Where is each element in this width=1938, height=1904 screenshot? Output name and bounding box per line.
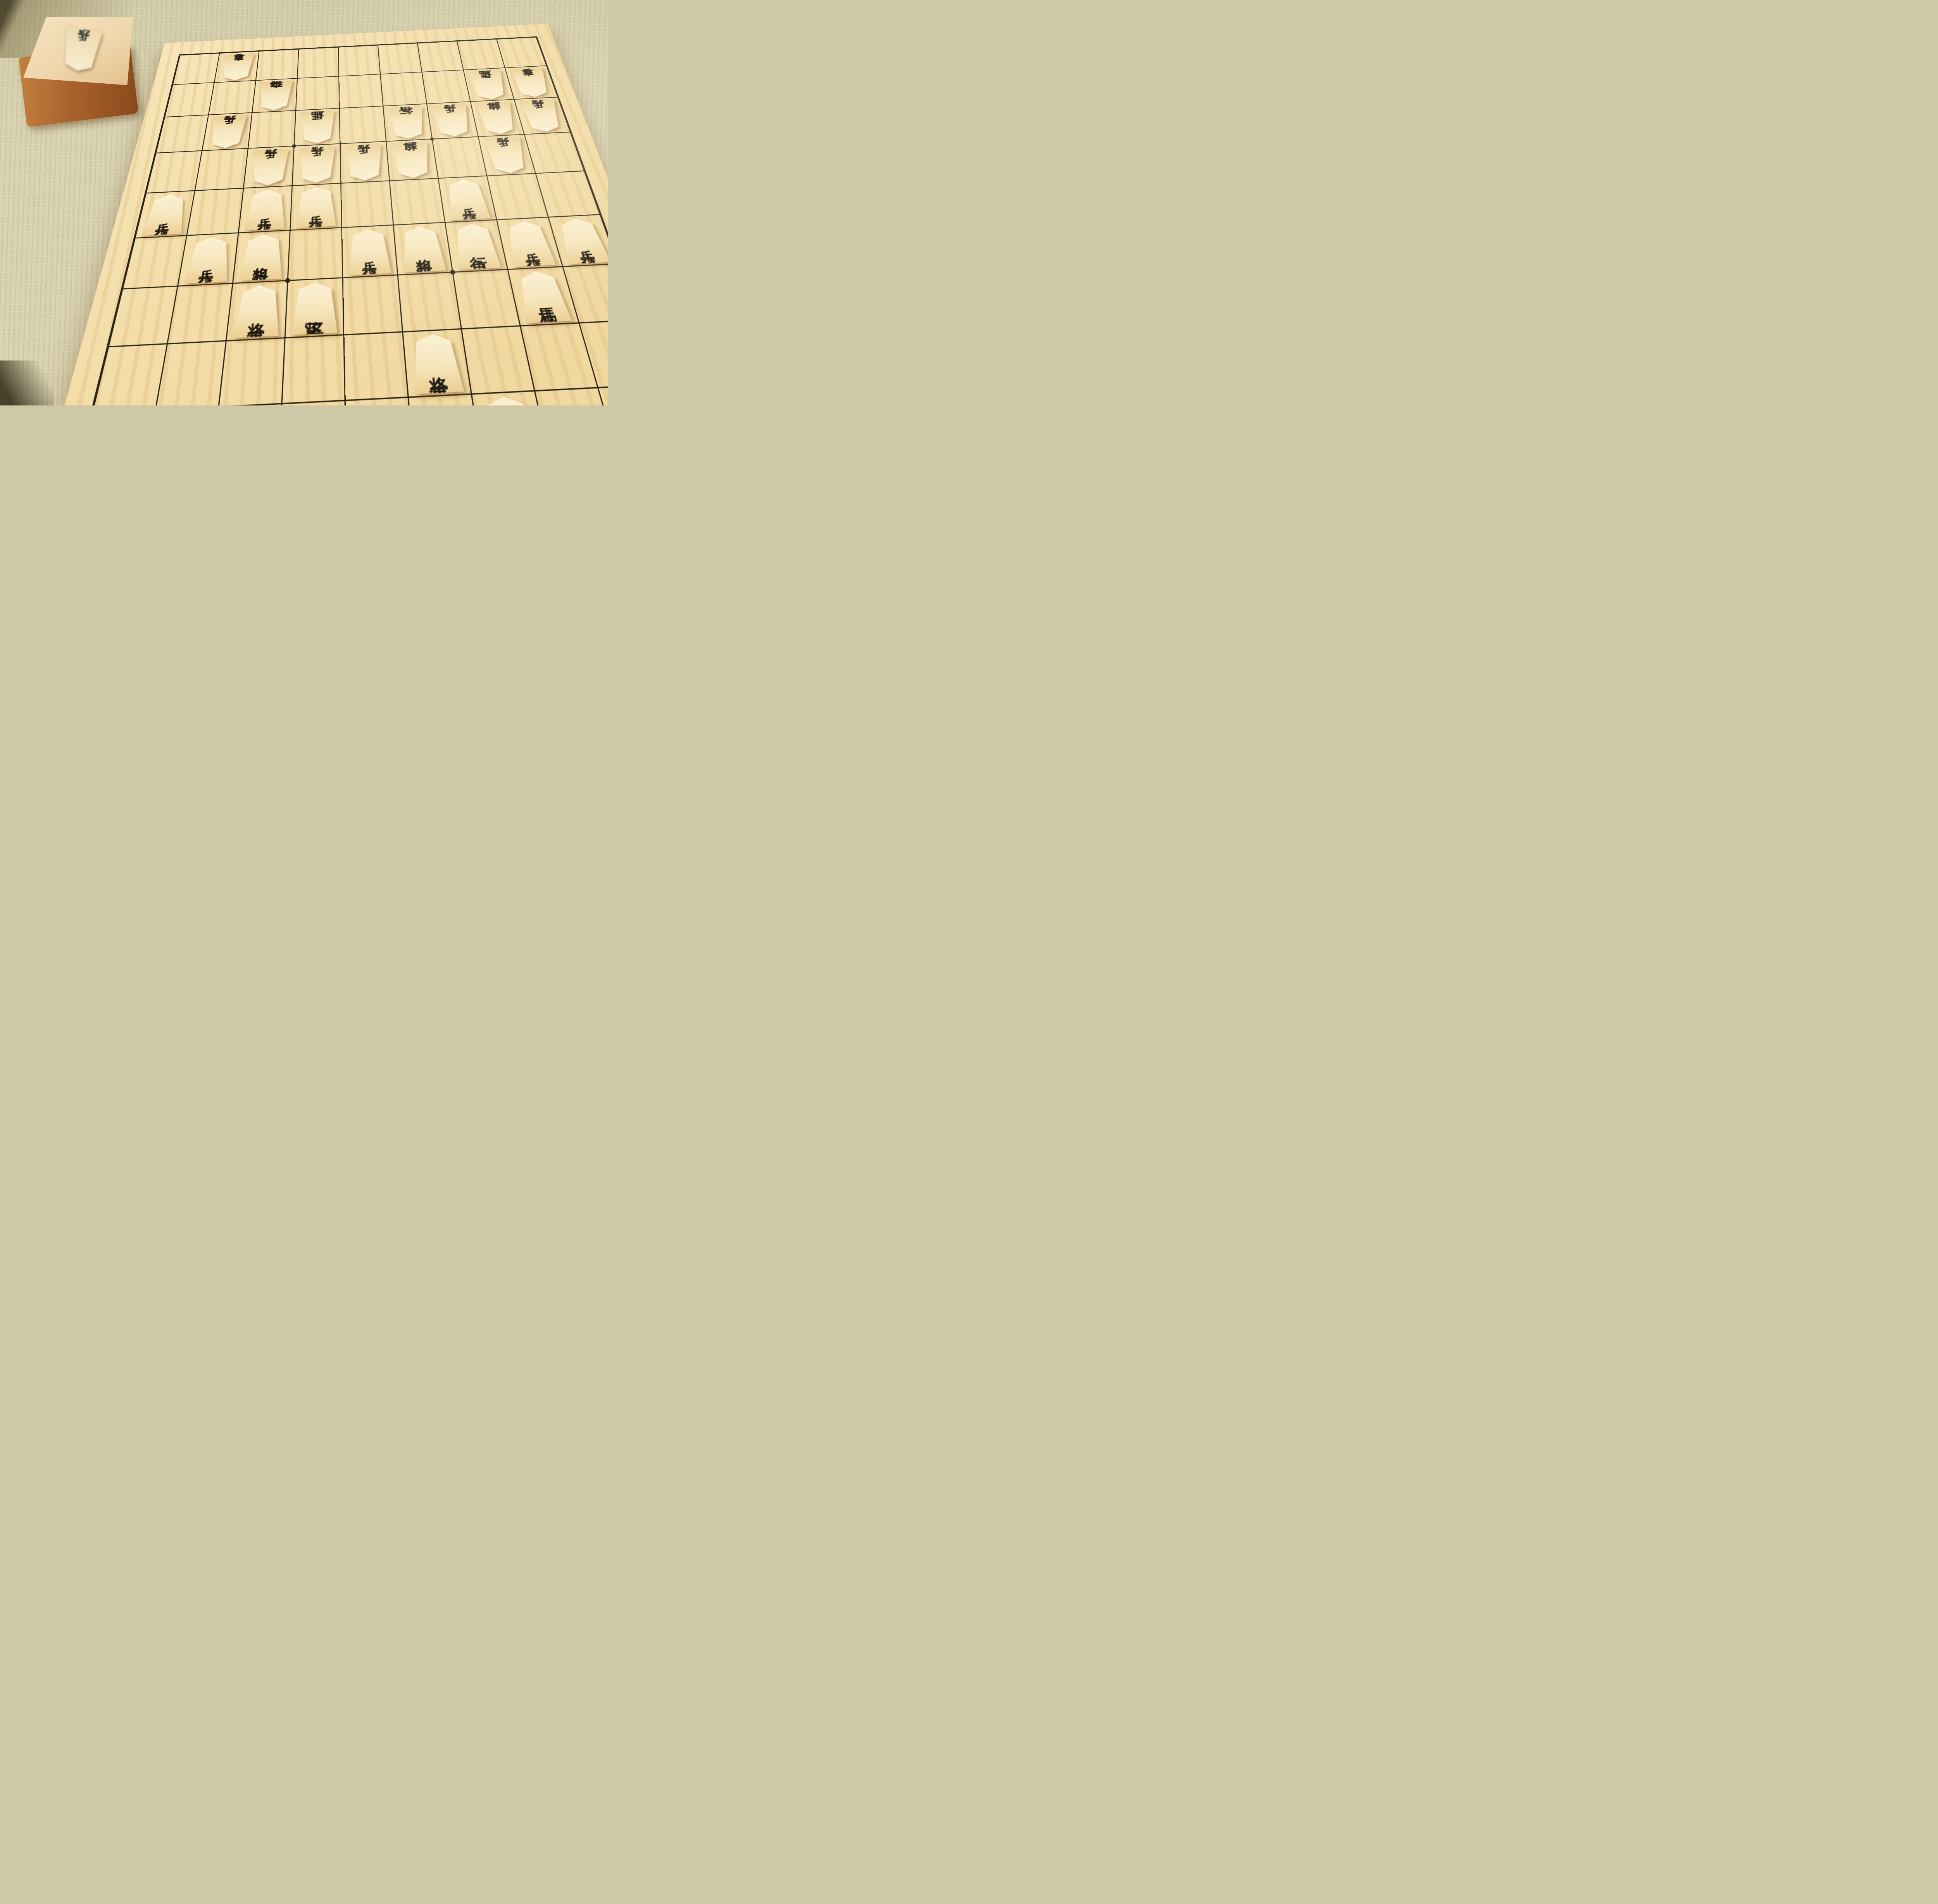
board-square[interactable]	[344, 332, 408, 400]
piece-gote-pawn-1c[interactable]: 歩兵	[515, 98, 570, 134]
board-square[interactable]	[339, 74, 383, 108]
piece-body: 桂馬	[299, 110, 336, 144]
piece-body: 歩兵	[244, 188, 287, 231]
board-square[interactable]: 歩兵	[290, 183, 341, 230]
piece-body: 歩兵	[554, 217, 608, 264]
captured-piece-body: 歩兵	[59, 26, 103, 74]
piece-body: 歩兵	[502, 220, 557, 267]
piece-sente-pawn-3e[interactable]: 歩兵	[439, 176, 496, 222]
piece-kanji: 歩兵	[522, 243, 536, 243]
piece-kanji: 桂馬	[311, 127, 324, 128]
board-square[interactable]: 飛車	[252, 78, 297, 113]
board-square[interactable]	[422, 70, 470, 103]
piece-gote-silver-4d[interactable]: 銀将	[386, 140, 438, 181]
piece-body: 歩兵	[248, 148, 289, 186]
captured-piece-kanji: 歩兵	[75, 49, 87, 51]
piece-sente-gold-7g[interactable]: 金将	[227, 281, 287, 340]
piece-gote-bishop-4c[interactable]: 角行	[384, 104, 432, 141]
piece-kanji: 金将	[427, 362, 445, 363]
piece-sente-silver-4f[interactable]: 銀将	[394, 223, 452, 274]
board-square[interactable]	[390, 178, 445, 225]
board-square[interactable]: 歩兵	[427, 102, 478, 139]
piece-body: 飛車	[257, 80, 293, 111]
piece-body: 角行	[451, 223, 502, 270]
piece-body: 角行	[388, 106, 427, 140]
piece-body: 歩兵	[345, 144, 384, 181]
board-square[interactable]: 歩兵	[178, 233, 238, 286]
piece-body: 歩兵	[297, 146, 336, 184]
board-square[interactable]	[380, 72, 427, 106]
piece-body: 王将	[291, 281, 338, 335]
board-square[interactable]	[343, 275, 403, 335]
board-square[interactable]	[248, 110, 296, 148]
board-square[interactable]: 桂馬	[294, 108, 340, 146]
piece-kanji: 角行	[400, 122, 414, 123]
board-square[interactable]: 香車	[214, 51, 259, 83]
piece-body: 銀将	[238, 233, 285, 281]
piece-kanji: 歩兵	[358, 162, 371, 162]
shogi-photo-scene: 歩兵 香車飛車桂馬香車歩兵桂馬角行歩兵銀将歩兵歩兵歩兵歩兵銀将歩兵歩兵歩兵歩兵歩…	[0, 0, 608, 405]
board-square[interactable]	[219, 338, 285, 405]
board-square[interactable]	[209, 81, 256, 115]
board-square[interactable]	[165, 83, 214, 117]
piece-gote-lance-1b[interactable]: 香車	[505, 66, 557, 99]
board-square[interactable]: 歩兵	[243, 146, 294, 188]
board-square[interactable]	[122, 235, 186, 289]
piece-kanji: 歩兵	[159, 214, 172, 214]
tatami-shadow-bottom-left	[0, 360, 54, 405]
piece-kanji: 飛車	[269, 95, 282, 96]
piece-body: 飛車	[478, 395, 544, 405]
piece-kanji: 金将	[249, 310, 266, 310]
piece-kanji: 歩兵	[536, 115, 548, 116]
piece-kanji: 歩兵	[310, 164, 323, 165]
board-square[interactable]	[378, 43, 422, 74]
piece-sente-pawn-8f[interactable]: 歩兵	[178, 233, 238, 286]
board-square[interactable]: 歩兵	[292, 144, 341, 186]
piece-kanji: 桂馬	[482, 84, 495, 85]
piece-kanji: 歩兵	[309, 206, 323, 207]
piece-kanji: 桂馬	[534, 295, 551, 296]
piece-body: 歩兵	[519, 99, 565, 133]
board-square[interactable]: 歩兵	[438, 176, 497, 222]
piece-sente-king-6g[interactable]: 王将	[286, 278, 343, 337]
piece-gote-knight-6c[interactable]: 桂馬	[295, 109, 340, 146]
piece-body: 桂馬	[514, 270, 572, 323]
board-square[interactable]	[195, 148, 248, 191]
board-square[interactable]: 銀将	[233, 230, 290, 283]
board-square[interactable]	[288, 228, 343, 281]
board-square[interactable]: 金将	[226, 281, 288, 341]
piece-kanji: 歩兵	[362, 251, 376, 252]
board-square[interactable]	[296, 76, 340, 110]
piece-body: 香車	[219, 53, 255, 81]
piece-kanji: 角行	[467, 245, 484, 246]
board-square[interactable]: 歩兵	[202, 113, 252, 151]
board-square[interactable]: 王将	[285, 278, 344, 338]
piece-kanji: 歩兵	[460, 198, 473, 199]
board-square[interactable]	[497, 37, 547, 68]
board-square[interactable]: 銀将	[386, 139, 438, 181]
board-square[interactable]	[338, 45, 381, 76]
piece-gote-lance-8a[interactable]: 香車	[215, 52, 259, 82]
board-square[interactable]: 歩兵	[238, 186, 292, 233]
piece-sente-bishop-3f[interactable]: 角行	[446, 220, 507, 271]
piece-gote-rook-7b[interactable]: 飛車	[253, 79, 297, 112]
board-square[interactable]	[173, 53, 220, 85]
board-square[interactable]	[432, 137, 487, 178]
board-square[interactable]	[156, 115, 208, 153]
piece-sente-silver-7f[interactable]: 銀将	[233, 231, 290, 283]
piece-kanji: 銀将	[490, 117, 503, 118]
piece-sente-pawn-7e[interactable]: 歩兵	[239, 186, 292, 232]
piece-body: 歩兵	[483, 137, 530, 174]
piece-sente-pawn-9e[interactable]: 歩兵	[136, 191, 194, 238]
piece-body: 歩兵	[207, 115, 248, 149]
board-square[interactable]: 角行	[383, 104, 432, 141]
piece-body: 歩兵	[184, 236, 233, 284]
piece-body: 歩兵	[431, 104, 473, 137]
piece-kanji: 歩兵	[263, 167, 276, 167]
captured-piece[interactable]: 歩兵	[59, 26, 103, 74]
board-square[interactable]: 銀将	[393, 222, 453, 275]
piece-kanji: 歩兵	[446, 120, 458, 121]
board-grid: 香車飛車桂馬香車歩兵桂馬角行歩兵銀将歩兵歩兵歩兵歩兵銀将歩兵歩兵歩兵歩兵歩兵歩兵…	[71, 36, 608, 405]
board-square[interactable]	[297, 47, 339, 78]
piece-body: 金将	[232, 284, 282, 338]
board-square[interactable]	[341, 181, 393, 228]
piece-body: 歩兵	[347, 228, 392, 275]
board-square[interactable]	[256, 49, 299, 80]
piece-kanji: 銀将	[404, 159, 419, 160]
piece-gote-pawn-8c[interactable]: 歩兵	[203, 113, 252, 150]
board-square[interactable]: 歩兵	[514, 97, 570, 135]
piece-kanji: 銀将	[414, 248, 430, 249]
board-square[interactable]	[146, 151, 202, 193]
board-square[interactable]	[417, 41, 464, 72]
piece-body: 銀将	[399, 226, 447, 273]
board-square[interactable]	[398, 272, 461, 332]
board-square[interactable]	[282, 335, 345, 404]
board-square[interactable]: 金将	[403, 329, 472, 397]
board-square[interactable]	[187, 188, 243, 235]
piece-sente-pawn-5f[interactable]: 歩兵	[342, 226, 397, 277]
piece-kanji: 香車	[232, 67, 243, 67]
piece-body: 桂馬	[468, 70, 509, 100]
board-square[interactable]	[167, 283, 233, 344]
piece-body: 香車	[510, 68, 553, 98]
piece-kanji: 歩兵	[202, 259, 216, 260]
piece-gote-pawn-3c[interactable]: 歩兵	[427, 102, 478, 139]
piece-gote-knight-2b[interactable]: 桂馬	[464, 68, 514, 101]
piece-body: 銀将	[475, 102, 519, 135]
piece-kanji: 王将	[305, 307, 324, 308]
piece-gote-pawn-7d[interactable]: 歩兵	[244, 147, 294, 188]
piece-body: 歩兵	[443, 179, 491, 220]
piece-sente-pawn-6e[interactable]: 歩兵	[291, 184, 341, 230]
board-square[interactable]: 香車	[505, 66, 558, 100]
piece-body: 歩兵	[141, 193, 190, 236]
piece-kanji: 歩兵	[575, 240, 589, 241]
board-square[interactable]	[535, 388, 608, 405]
piece-kanji: 歩兵	[222, 131, 234, 132]
piece-body: 金将	[409, 333, 465, 394]
komadai-piece-stand: 歩兵	[16, 7, 145, 128]
piece-body: 歩兵	[295, 186, 336, 228]
piece-kanji: 歩兵	[500, 155, 512, 155]
piece-kanji: 銀将	[254, 256, 270, 257]
board-square[interactable]: 歩兵	[342, 225, 398, 278]
piece-gote-pawn-5d[interactable]: 歩兵	[341, 142, 389, 183]
board-square[interactable]	[92, 344, 167, 405]
piece-body: 銀将	[391, 141, 433, 179]
piece-kanji: 香車	[525, 82, 536, 83]
piece-gote-pawn-6d[interactable]: 歩兵	[293, 144, 340, 185]
board-square[interactable]	[155, 341, 226, 405]
piece-sente-gold-4h[interactable]: 金将	[403, 329, 471, 397]
board-square[interactable]	[340, 106, 386, 143]
board-square[interactable]	[109, 286, 178, 347]
board-square[interactable]: 歩兵	[340, 141, 390, 183]
board-square[interactable]: 歩兵	[135, 191, 195, 238]
piece-kanji: 歩兵	[259, 209, 273, 209]
